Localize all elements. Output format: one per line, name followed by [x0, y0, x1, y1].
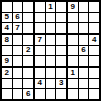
cell-r7c9-empty[interactable] [89, 68, 99, 78]
cell-r5c6-empty[interactable] [56, 46, 66, 56]
cell-r2c2-given[interactable]: 6 [13, 13, 23, 23]
cell-r3c3-empty[interactable] [23, 23, 33, 33]
cell-r9c6-empty[interactable] [56, 89, 66, 99]
cell-r2c4-empty[interactable] [35, 13, 45, 23]
cell-r9c7-empty[interactable] [68, 89, 78, 99]
cell-r1c1-empty[interactable] [2, 2, 12, 12]
cell-r5c8-given[interactable]: 6 [79, 46, 89, 56]
cell-r8c5-empty[interactable] [46, 79, 56, 89]
box-1-3: 9 [68, 2, 99, 33]
cell-r1c4-empty[interactable] [35, 2, 45, 12]
cell-r5c2-empty[interactable] [13, 46, 23, 56]
cell-r3c8-empty[interactable] [79, 23, 89, 33]
cell-r3c5-empty[interactable] [46, 23, 56, 33]
cell-r9c4-empty[interactable] [35, 89, 45, 99]
cell-r1c8-empty[interactable] [79, 2, 89, 12]
cell-r3c1-given[interactable]: 4 [2, 23, 12, 33]
cell-r3c7-empty[interactable] [68, 23, 78, 33]
cell-r6c7-empty[interactable] [68, 56, 78, 66]
cell-r5c9-empty[interactable] [89, 46, 99, 56]
cell-r4c2-empty[interactable] [13, 35, 23, 45]
cell-r3c9-empty[interactable] [89, 23, 99, 33]
cell-r2c8-empty[interactable] [79, 13, 89, 23]
cell-r1c7-given[interactable]: 9 [68, 2, 78, 12]
cell-r8c8-empty[interactable] [79, 79, 89, 89]
cell-r7c1-given[interactable]: 2 [2, 68, 12, 78]
box-2-3: 46 [68, 35, 99, 66]
cell-r4c8-empty[interactable] [79, 35, 89, 45]
cell-r7c5-empty[interactable] [46, 68, 56, 78]
cell-r9c9-given[interactable] [89, 89, 99, 99]
cell-r4c4-given[interactable]: 7 [35, 35, 45, 45]
box-1-2: 1 [35, 2, 66, 33]
cell-r2c7-empty[interactable] [68, 13, 78, 23]
box-3-3: 1 [68, 68, 99, 99]
cell-r7c3-empty[interactable] [23, 68, 33, 78]
cell-r6c8-empty[interactable] [79, 56, 89, 66]
box-3-2: 43 [35, 68, 66, 99]
cell-r3c6-empty[interactable] [56, 23, 66, 33]
cell-r1c9-empty[interactable] [89, 2, 99, 12]
cell-r7c6-empty[interactable] [56, 68, 66, 78]
cell-r3c2-given[interactable]: 7 [13, 23, 23, 33]
cell-r5c4-empty[interactable] [35, 46, 45, 56]
cell-r6c4-empty[interactable] [35, 56, 45, 66]
cell-r2c9-empty[interactable] [89, 13, 99, 23]
cell-r9c2-empty[interactable] [13, 89, 23, 99]
cell-r6c9-empty[interactable] [89, 56, 99, 66]
cell-r8c9-empty[interactable] [89, 79, 99, 89]
cell-r1c3-empty[interactable] [23, 2, 33, 12]
box-2-2: 7 [35, 35, 66, 66]
cell-r4c9-given[interactable]: 4 [89, 35, 99, 45]
cell-r6c3-empty[interactable] [23, 56, 33, 66]
cell-r4c7-empty[interactable] [68, 35, 78, 45]
cell-r4c5-empty[interactable] [46, 35, 56, 45]
cell-r2c6-empty[interactable] [56, 13, 66, 23]
cell-r8c3-empty[interactable] [23, 79, 33, 89]
cell-r1c2-empty[interactable] [13, 2, 23, 12]
cell-r9c5-empty[interactable] [46, 89, 56, 99]
cell-r5c1-empty[interactable] [2, 46, 12, 56]
cell-r4c6-empty[interactable] [56, 35, 66, 45]
cell-r8c2-empty[interactable] [13, 79, 23, 89]
cell-r4c1-given[interactable]: 8 [2, 35, 12, 45]
cell-r2c5-empty[interactable] [46, 13, 56, 23]
cell-r5c3-given[interactable]: 2 [23, 46, 33, 56]
cell-r9c3-given[interactable]: 6 [23, 89, 33, 99]
cell-r9c8-empty[interactable] [79, 89, 89, 99]
cell-r2c3-empty[interactable] [23, 13, 33, 23]
cell-r7c8-empty[interactable] [79, 68, 89, 78]
cell-r2c1-given[interactable]: 5 [2, 13, 12, 23]
cell-r5c7-empty[interactable] [68, 46, 78, 56]
box-3-1: 26 [2, 68, 33, 99]
box-2-1: 829 [2, 35, 33, 66]
cell-r7c2-empty[interactable] [13, 68, 23, 78]
sudoku-board: 56471982974626431 [0, 0, 101, 101]
cell-r8c1-empty[interactable] [2, 79, 12, 89]
cell-r4c3-empty[interactable] [23, 35, 33, 45]
cell-r8c4-given[interactable]: 4 [35, 79, 45, 89]
cell-r6c1-given[interactable]: 9 [2, 56, 12, 66]
cell-r1c5-given[interactable]: 1 [46, 2, 56, 12]
cell-r6c6-empty[interactable] [56, 56, 66, 66]
cell-r6c2-empty[interactable] [13, 56, 23, 66]
cell-r8c6-given[interactable]: 3 [56, 79, 66, 89]
cell-r1c6-empty[interactable] [56, 2, 66, 12]
cell-r3c4-empty[interactable] [35, 23, 45, 33]
box-1-1: 5647 [2, 2, 33, 33]
cell-r5c5-empty[interactable] [46, 46, 56, 56]
cell-r7c7-given[interactable]: 1 [68, 68, 78, 78]
cell-r6c5-empty[interactable] [46, 56, 56, 66]
cell-r8c7-empty[interactable] [68, 79, 78, 89]
cell-r7c4-empty[interactable] [35, 68, 45, 78]
cell-r9c1-empty[interactable] [2, 89, 12, 99]
